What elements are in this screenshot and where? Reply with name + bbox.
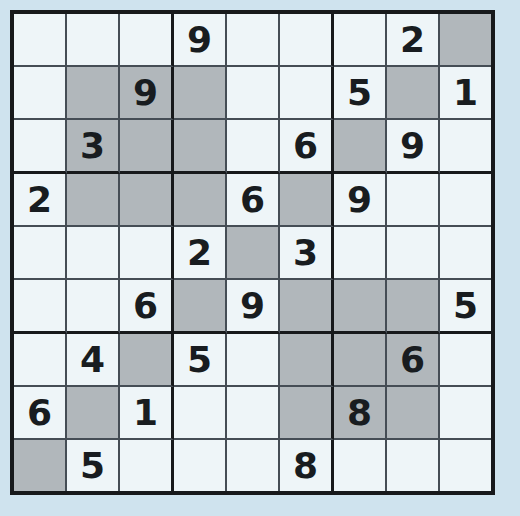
cell-r9c6[interactable]: 8 bbox=[280, 440, 334, 491]
cell-r3c7[interactable] bbox=[334, 120, 387, 174]
cell-r1c6[interactable] bbox=[280, 14, 334, 67]
cell-r5c7[interactable] bbox=[334, 227, 387, 280]
cell-r2c9[interactable]: 1 bbox=[440, 67, 491, 120]
cell-r7c8[interactable]: 6 bbox=[387, 334, 440, 387]
cell-r1c4[interactable]: 9 bbox=[174, 14, 227, 67]
cell-r8c5[interactable] bbox=[227, 387, 280, 440]
cell-r6c1[interactable] bbox=[14, 280, 67, 334]
sudoku-board: 929513692692369545661858 bbox=[10, 10, 495, 495]
cell-r5c6[interactable]: 3 bbox=[280, 227, 334, 280]
cell-r1c5[interactable] bbox=[227, 14, 280, 67]
cell-r4c2[interactable] bbox=[67, 174, 120, 227]
cell-r6c5[interactable]: 9 bbox=[227, 280, 280, 334]
cell-r4c9[interactable] bbox=[440, 174, 491, 227]
cell-r8c1[interactable]: 6 bbox=[14, 387, 67, 440]
cell-r9c3[interactable] bbox=[120, 440, 174, 491]
cell-r7c9[interactable] bbox=[440, 334, 491, 387]
cell-r9c5[interactable] bbox=[227, 440, 280, 491]
cell-r2c4[interactable] bbox=[174, 67, 227, 120]
cell-r1c1[interactable] bbox=[14, 14, 67, 67]
cell-r2c8[interactable] bbox=[387, 67, 440, 120]
cell-r7c2[interactable]: 4 bbox=[67, 334, 120, 387]
cell-r6c8[interactable] bbox=[387, 280, 440, 334]
cell-r9c9[interactable] bbox=[440, 440, 491, 491]
cell-r1c3[interactable] bbox=[120, 14, 174, 67]
cell-r3c9[interactable] bbox=[440, 120, 491, 174]
cell-r4c8[interactable] bbox=[387, 174, 440, 227]
cell-r7c3[interactable] bbox=[120, 334, 174, 387]
cell-r8c6[interactable] bbox=[280, 387, 334, 440]
cell-r1c8[interactable]: 2 bbox=[387, 14, 440, 67]
cell-r5c9[interactable] bbox=[440, 227, 491, 280]
cell-r2c1[interactable] bbox=[14, 67, 67, 120]
cell-r9c7[interactable] bbox=[334, 440, 387, 491]
cell-r8c7[interactable]: 8 bbox=[334, 387, 387, 440]
cell-r4c7[interactable]: 9 bbox=[334, 174, 387, 227]
cell-r5c3[interactable] bbox=[120, 227, 174, 280]
cell-r3c4[interactable] bbox=[174, 120, 227, 174]
cell-r4c5[interactable]: 6 bbox=[227, 174, 280, 227]
cell-r2c6[interactable] bbox=[280, 67, 334, 120]
cell-r3c5[interactable] bbox=[227, 120, 280, 174]
cell-r2c7[interactable]: 5 bbox=[334, 67, 387, 120]
cell-r8c2[interactable] bbox=[67, 387, 120, 440]
cell-r9c4[interactable] bbox=[174, 440, 227, 491]
cell-r7c1[interactable] bbox=[14, 334, 67, 387]
cell-r2c3[interactable]: 9 bbox=[120, 67, 174, 120]
cell-r5c8[interactable] bbox=[387, 227, 440, 280]
cell-r8c4[interactable] bbox=[174, 387, 227, 440]
cell-r5c2[interactable] bbox=[67, 227, 120, 280]
cell-r8c9[interactable] bbox=[440, 387, 491, 440]
cell-r2c5[interactable] bbox=[227, 67, 280, 120]
cell-r3c3[interactable] bbox=[120, 120, 174, 174]
cell-r4c4[interactable] bbox=[174, 174, 227, 227]
cell-r8c8[interactable] bbox=[387, 387, 440, 440]
cell-r1c2[interactable] bbox=[67, 14, 120, 67]
cell-r3c2[interactable]: 3 bbox=[67, 120, 120, 174]
cell-r3c1[interactable] bbox=[14, 120, 67, 174]
cell-r2c2[interactable] bbox=[67, 67, 120, 120]
cell-r6c2[interactable] bbox=[67, 280, 120, 334]
cell-r3c6[interactable]: 6 bbox=[280, 120, 334, 174]
cell-r3c8[interactable]: 9 bbox=[387, 120, 440, 174]
cell-r8c3[interactable]: 1 bbox=[120, 387, 174, 440]
cell-r7c4[interactable]: 5 bbox=[174, 334, 227, 387]
cell-r6c4[interactable] bbox=[174, 280, 227, 334]
cell-r6c3[interactable]: 6 bbox=[120, 280, 174, 334]
cell-r6c7[interactable] bbox=[334, 280, 387, 334]
cell-r9c1[interactable] bbox=[14, 440, 67, 491]
cell-r5c4[interactable]: 2 bbox=[174, 227, 227, 280]
cell-r6c9[interactable]: 5 bbox=[440, 280, 491, 334]
cell-r4c1[interactable]: 2 bbox=[14, 174, 67, 227]
cell-r6c6[interactable] bbox=[280, 280, 334, 334]
cell-r5c5[interactable] bbox=[227, 227, 280, 280]
cell-r1c7[interactable] bbox=[334, 14, 387, 67]
cell-r7c5[interactable] bbox=[227, 334, 280, 387]
cell-r9c2[interactable]: 5 bbox=[67, 440, 120, 491]
cell-r1c9[interactable] bbox=[440, 14, 491, 67]
cell-r5c1[interactable] bbox=[14, 227, 67, 280]
cell-r9c8[interactable] bbox=[387, 440, 440, 491]
cell-r4c3[interactable] bbox=[120, 174, 174, 227]
cell-r7c7[interactable] bbox=[334, 334, 387, 387]
cell-r4c6[interactable] bbox=[280, 174, 334, 227]
cell-r7c6[interactable] bbox=[280, 334, 334, 387]
